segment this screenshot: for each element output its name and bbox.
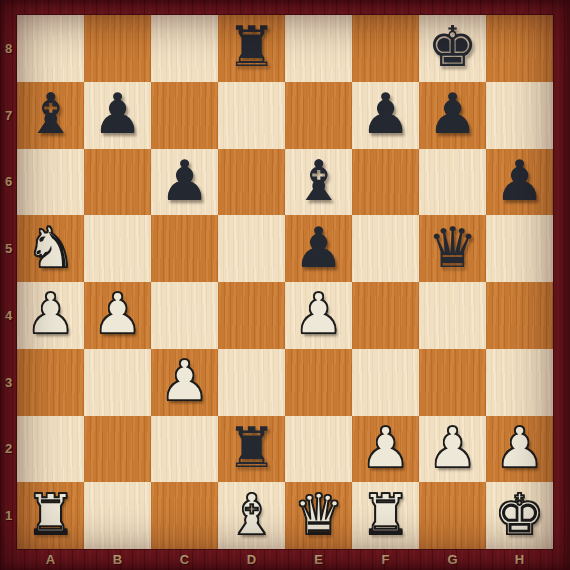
- white-bishop[interactable]: ♝: [226, 487, 276, 543]
- square-d3[interactable]: [218, 349, 285, 416]
- chess-board: ♜♚♝♟♟♟♟♝♟♞♟♛♟♟♟♟♜♟♟♟♜♝♛♜♚: [17, 15, 553, 549]
- square-f7[interactable]: ♟: [352, 82, 419, 149]
- file-label-a: A: [17, 549, 84, 570]
- square-a4[interactable]: ♟: [17, 282, 84, 349]
- square-e5[interactable]: ♟: [285, 215, 352, 282]
- square-f5[interactable]: [352, 215, 419, 282]
- white-queen[interactable]: ♛: [293, 487, 343, 543]
- square-c4[interactable]: [151, 282, 218, 349]
- file-label-c: C: [151, 549, 218, 570]
- file-label-h: H: [486, 549, 553, 570]
- black-pawn[interactable]: ♟: [427, 86, 477, 142]
- black-pawn[interactable]: ♟: [293, 220, 343, 276]
- file-labels: ABCDEFGH: [17, 549, 553, 570]
- rank-label-5: 5: [0, 215, 17, 282]
- square-c8[interactable]: [151, 15, 218, 82]
- square-a2[interactable]: [17, 416, 84, 483]
- square-g1[interactable]: [419, 482, 486, 549]
- square-d4[interactable]: [218, 282, 285, 349]
- black-pawn[interactable]: ♟: [92, 86, 142, 142]
- white-rook[interactable]: ♜: [25, 487, 75, 543]
- square-a8[interactable]: [17, 15, 84, 82]
- square-d1[interactable]: ♝: [218, 482, 285, 549]
- black-queen[interactable]: ♛: [427, 220, 477, 276]
- square-h5[interactable]: [486, 215, 553, 282]
- white-pawn[interactable]: ♟: [92, 286, 142, 342]
- square-g7[interactable]: ♟: [419, 82, 486, 149]
- square-g2[interactable]: ♟: [419, 416, 486, 483]
- black-king[interactable]: ♚: [427, 19, 477, 75]
- file-label-f: F: [352, 549, 419, 570]
- square-f4[interactable]: [352, 282, 419, 349]
- square-b8[interactable]: [84, 15, 151, 82]
- square-b7[interactable]: ♟: [84, 82, 151, 149]
- square-h8[interactable]: [486, 15, 553, 82]
- rank-labels: 87654321: [0, 15, 17, 549]
- square-e2[interactable]: [285, 416, 352, 483]
- square-c5[interactable]: [151, 215, 218, 282]
- rank-label-6: 6: [0, 149, 17, 216]
- square-c1[interactable]: [151, 482, 218, 549]
- black-pawn[interactable]: ♟: [494, 153, 544, 209]
- square-d7[interactable]: [218, 82, 285, 149]
- white-pawn[interactable]: ♟: [293, 286, 343, 342]
- black-pawn[interactable]: ♟: [159, 153, 209, 209]
- square-g8[interactable]: ♚: [419, 15, 486, 82]
- white-king[interactable]: ♚: [494, 487, 544, 543]
- file-label-d: D: [218, 549, 285, 570]
- white-pawn[interactable]: ♟: [494, 420, 544, 476]
- square-a1[interactable]: ♜: [17, 482, 84, 549]
- square-c6[interactable]: ♟: [151, 149, 218, 216]
- square-g4[interactable]: [419, 282, 486, 349]
- square-h3[interactable]: [486, 349, 553, 416]
- square-b1[interactable]: [84, 482, 151, 549]
- square-e4[interactable]: ♟: [285, 282, 352, 349]
- square-h6[interactable]: ♟: [486, 149, 553, 216]
- square-f6[interactable]: [352, 149, 419, 216]
- black-bishop[interactable]: ♝: [25, 86, 75, 142]
- square-h2[interactable]: ♟: [486, 416, 553, 483]
- white-knight[interactable]: ♞: [25, 220, 75, 276]
- square-a5[interactable]: ♞: [17, 215, 84, 282]
- black-pawn[interactable]: ♟: [360, 86, 410, 142]
- square-e7[interactable]: [285, 82, 352, 149]
- square-d2[interactable]: ♜: [218, 416, 285, 483]
- square-a7[interactable]: ♝: [17, 82, 84, 149]
- square-c3[interactable]: ♟: [151, 349, 218, 416]
- rank-label-8: 8: [0, 15, 17, 82]
- square-h7[interactable]: [486, 82, 553, 149]
- white-pawn[interactable]: ♟: [360, 420, 410, 476]
- rank-label-7: 7: [0, 82, 17, 149]
- square-b5[interactable]: [84, 215, 151, 282]
- square-f2[interactable]: ♟: [352, 416, 419, 483]
- square-g3[interactable]: [419, 349, 486, 416]
- square-h1[interactable]: ♚: [486, 482, 553, 549]
- square-b4[interactable]: ♟: [84, 282, 151, 349]
- chess-board-frame: 87654321 ABCDEFGH ♜♚♝♟♟♟♟♝♟♞♟♛♟♟♟♟♜♟♟♟♜♝…: [0, 0, 570, 570]
- white-pawn[interactable]: ♟: [159, 353, 209, 409]
- square-f1[interactable]: ♜: [352, 482, 419, 549]
- square-f3[interactable]: [352, 349, 419, 416]
- square-e1[interactable]: ♛: [285, 482, 352, 549]
- rank-label-2: 2: [0, 416, 17, 483]
- square-g5[interactable]: ♛: [419, 215, 486, 282]
- white-rook[interactable]: ♜: [360, 487, 410, 543]
- white-pawn[interactable]: ♟: [427, 420, 477, 476]
- square-f8[interactable]: [352, 15, 419, 82]
- file-label-b: B: [84, 549, 151, 570]
- white-pawn[interactable]: ♟: [25, 286, 75, 342]
- square-e3[interactable]: [285, 349, 352, 416]
- square-e6[interactable]: ♝: [285, 149, 352, 216]
- square-a3[interactable]: [17, 349, 84, 416]
- square-c7[interactable]: [151, 82, 218, 149]
- black-rook[interactable]: ♜: [226, 19, 276, 75]
- rank-label-4: 4: [0, 282, 17, 349]
- square-b6[interactable]: [84, 149, 151, 216]
- black-bishop[interactable]: ♝: [293, 153, 343, 209]
- square-g6[interactable]: [419, 149, 486, 216]
- square-d5[interactable]: [218, 215, 285, 282]
- square-a6[interactable]: [17, 149, 84, 216]
- square-b2[interactable]: [84, 416, 151, 483]
- square-h4[interactable]: [486, 282, 553, 349]
- rank-label-1: 1: [0, 482, 17, 549]
- file-label-g: G: [419, 549, 486, 570]
- rank-label-3: 3: [0, 349, 17, 416]
- square-c2[interactable]: [151, 416, 218, 483]
- square-b3[interactable]: [84, 349, 151, 416]
- file-label-e: E: [285, 549, 352, 570]
- black-rook[interactable]: ♜: [226, 420, 276, 476]
- square-e8[interactable]: [285, 15, 352, 82]
- square-d6[interactable]: [218, 149, 285, 216]
- square-d8[interactable]: ♜: [218, 15, 285, 82]
